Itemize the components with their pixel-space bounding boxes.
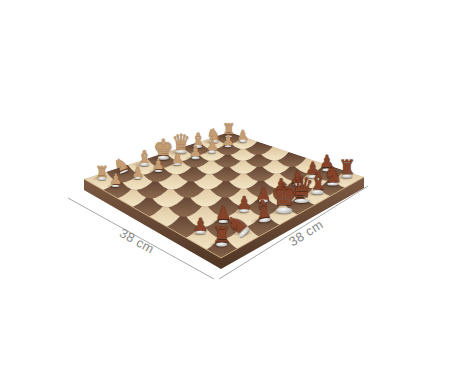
white-pawn-a2: ♟ bbox=[237, 129, 250, 142]
piece-chrome-base bbox=[209, 151, 216, 153]
white-pawn-h2: ♟ bbox=[109, 173, 122, 187]
black-king-e8: ♚ bbox=[270, 182, 298, 213]
white-pawn-g2: ♟ bbox=[131, 166, 144, 180]
black-pawn-h7: ♟ bbox=[192, 216, 209, 234]
white-rook-h1: ♜ bbox=[95, 165, 109, 180]
piece-chrome-base bbox=[134, 177, 142, 179]
white-pawn-c2: ♟ bbox=[206, 140, 219, 154]
white-pawn-f2: ♟ bbox=[152, 158, 165, 172]
chess-board bbox=[0, 0, 450, 372]
white-pawn-e2: ♟ bbox=[171, 152, 184, 166]
piece-chrome-base bbox=[327, 182, 338, 186]
white-pawn-b2: ♟ bbox=[222, 134, 235, 147]
piece-chrome-base bbox=[155, 170, 163, 172]
piece-chrome-base bbox=[174, 163, 181, 165]
piece-chrome-base bbox=[112, 185, 120, 187]
black-rook-h8: ♜ bbox=[212, 224, 232, 246]
piece-chrome-base bbox=[216, 242, 227, 246]
chess-piece-glyph: ♚ bbox=[270, 182, 298, 210]
piece-chrome-base bbox=[98, 177, 106, 180]
chess-piece-glyph: ♜ bbox=[212, 224, 232, 244]
piece-chrome-base bbox=[192, 157, 199, 159]
black-bishop-f8: ♝ bbox=[251, 197, 276, 224]
white-pawn-d2: ♟ bbox=[189, 145, 202, 159]
product-image-chess-set: 38 cm 38 cm ♜♞♝♛♚♝♞♜♟♟♟♟♟♟♟♟♟♟♟♟♟♟♟♟♜♞♝♛… bbox=[0, 0, 450, 372]
